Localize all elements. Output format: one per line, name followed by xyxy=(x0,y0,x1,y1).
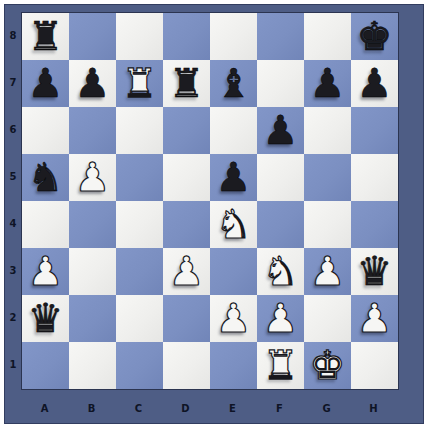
square-b7[interactable]: ♟︎ xyxy=(69,60,116,107)
square-e4[interactable]: ♞︎ xyxy=(210,201,257,248)
square-c4[interactable] xyxy=(116,201,163,248)
square-a3[interactable]: ♟︎ xyxy=(22,248,69,295)
board-frame: 87654321 ♜︎♚︎♟︎♟︎♜︎♜︎♝︎♟︎♟︎♟︎♞︎♟︎♟︎♞︎♟︎♟… xyxy=(4,4,424,424)
piece-white-pawn[interactable]: ♟︎ xyxy=(210,295,257,342)
piece-white-knight[interactable]: ♞︎ xyxy=(257,248,304,295)
rank-label-8: 8 xyxy=(5,12,21,59)
square-e3[interactable] xyxy=(210,248,257,295)
square-b6[interactable] xyxy=(69,107,116,154)
square-d2[interactable] xyxy=(163,295,210,342)
square-g1[interactable]: ♚︎ xyxy=(304,342,351,389)
square-g2[interactable] xyxy=(304,295,351,342)
piece-white-pawn[interactable]: ♟︎ xyxy=(22,248,69,295)
square-e8[interactable] xyxy=(210,13,257,60)
piece-black-pawn[interactable]: ♟︎ xyxy=(257,107,304,154)
piece-black-rook[interactable]: ♜︎ xyxy=(163,60,210,107)
piece-white-rook[interactable]: ♜︎ xyxy=(116,60,163,107)
square-a4[interactable] xyxy=(22,201,69,248)
square-d3[interactable]: ♟︎ xyxy=(163,248,210,295)
piece-black-pawn[interactable]: ♟︎ xyxy=(69,60,116,107)
square-e7[interactable]: ♝︎ xyxy=(210,60,257,107)
square-e6[interactable] xyxy=(210,107,257,154)
piece-white-knight[interactable]: ♞︎ xyxy=(210,201,257,248)
square-e1[interactable] xyxy=(210,342,257,389)
square-f8[interactable] xyxy=(257,13,304,60)
piece-white-pawn[interactable]: ♟︎ xyxy=(351,295,398,342)
square-f5[interactable] xyxy=(257,154,304,201)
piece-black-pawn[interactable]: ♟︎ xyxy=(210,154,257,201)
square-f3[interactable]: ♞︎ xyxy=(257,248,304,295)
rank-label-5: 5 xyxy=(5,153,21,200)
piece-white-pawn[interactable]: ♟︎ xyxy=(69,154,116,201)
rank-label-1: 1 xyxy=(5,341,21,388)
square-g3[interactable]: ♟︎ xyxy=(304,248,351,295)
piece-white-rook[interactable]: ♜︎ xyxy=(257,342,304,389)
file-label-h: H xyxy=(350,390,397,424)
square-c7[interactable]: ♜︎ xyxy=(116,60,163,107)
square-f1[interactable]: ♜︎ xyxy=(257,342,304,389)
square-g5[interactable] xyxy=(304,154,351,201)
chess-board[interactable]: ♜︎♚︎♟︎♟︎♜︎♜︎♝︎♟︎♟︎♟︎♞︎♟︎♟︎♞︎♟︎♟︎♞︎♟︎♛︎♛︎… xyxy=(21,12,399,390)
rank-label-3: 3 xyxy=(5,247,21,294)
piece-black-pawn[interactable]: ♟︎ xyxy=(351,60,398,107)
piece-black-pawn[interactable]: ♟︎ xyxy=(22,60,69,107)
square-h4[interactable] xyxy=(351,201,398,248)
piece-white-pawn[interactable]: ♟︎ xyxy=(304,248,351,295)
file-label-b: B xyxy=(68,390,115,424)
piece-black-bishop[interactable]: ♝︎ xyxy=(210,60,257,107)
rank-label-7: 7 xyxy=(5,59,21,106)
square-c8[interactable] xyxy=(116,13,163,60)
piece-black-queen[interactable]: ♛︎ xyxy=(22,295,69,342)
square-a2[interactable]: ♛︎ xyxy=(22,295,69,342)
piece-white-king[interactable]: ♚︎ xyxy=(304,342,351,389)
square-c6[interactable] xyxy=(116,107,163,154)
square-h8[interactable]: ♚︎ xyxy=(351,13,398,60)
square-c1[interactable] xyxy=(116,342,163,389)
square-a5[interactable]: ♞︎ xyxy=(22,154,69,201)
square-a6[interactable] xyxy=(22,107,69,154)
rank-labels: 87654321 xyxy=(5,12,21,390)
piece-black-knight[interactable]: ♞︎ xyxy=(22,154,69,201)
square-b4[interactable] xyxy=(69,201,116,248)
piece-black-pawn[interactable]: ♟︎ xyxy=(304,60,351,107)
square-e2[interactable]: ♟︎ xyxy=(210,295,257,342)
file-label-c: C xyxy=(115,390,162,424)
square-h1[interactable] xyxy=(351,342,398,389)
square-b5[interactable]: ♟︎ xyxy=(69,154,116,201)
square-d8[interactable] xyxy=(163,13,210,60)
square-b8[interactable] xyxy=(69,13,116,60)
file-labels: ABCDEFGH xyxy=(21,390,399,424)
square-g7[interactable]: ♟︎ xyxy=(304,60,351,107)
square-h5[interactable] xyxy=(351,154,398,201)
square-c2[interactable] xyxy=(116,295,163,342)
square-d7[interactable]: ♜︎ xyxy=(163,60,210,107)
square-g4[interactable] xyxy=(304,201,351,248)
square-h7[interactable]: ♟︎ xyxy=(351,60,398,107)
square-b2[interactable] xyxy=(69,295,116,342)
square-d6[interactable] xyxy=(163,107,210,154)
square-e5[interactable]: ♟︎ xyxy=(210,154,257,201)
square-g6[interactable] xyxy=(304,107,351,154)
square-d1[interactable] xyxy=(163,342,210,389)
piece-black-queen[interactable]: ♛︎ xyxy=(351,248,398,295)
square-a8[interactable]: ♜︎ xyxy=(22,13,69,60)
square-f7[interactable] xyxy=(257,60,304,107)
file-label-e: E xyxy=(209,390,256,424)
square-d5[interactable] xyxy=(163,154,210,201)
square-a7[interactable]: ♟︎ xyxy=(22,60,69,107)
square-h2[interactable]: ♟︎ xyxy=(351,295,398,342)
square-a1[interactable] xyxy=(22,342,69,389)
square-b1[interactable] xyxy=(69,342,116,389)
file-label-d: D xyxy=(162,390,209,424)
piece-white-pawn[interactable]: ♟︎ xyxy=(257,295,304,342)
file-label-f: F xyxy=(256,390,303,424)
square-g8[interactable] xyxy=(304,13,351,60)
square-c5[interactable] xyxy=(116,154,163,201)
square-f4[interactable] xyxy=(257,201,304,248)
square-f2[interactable]: ♟︎ xyxy=(257,295,304,342)
rank-label-4: 4 xyxy=(5,200,21,247)
rank-label-6: 6 xyxy=(5,106,21,153)
square-b3[interactable] xyxy=(69,248,116,295)
square-c3[interactable] xyxy=(116,248,163,295)
piece-white-pawn[interactable]: ♟︎ xyxy=(163,248,210,295)
file-label-g: G xyxy=(303,390,350,424)
piece-black-king[interactable]: ♚︎ xyxy=(351,13,398,60)
square-d4[interactable] xyxy=(163,201,210,248)
square-h6[interactable] xyxy=(351,107,398,154)
square-f6[interactable]: ♟︎ xyxy=(257,107,304,154)
piece-black-rook[interactable]: ♜︎ xyxy=(22,13,69,60)
rank-label-2: 2 xyxy=(5,294,21,341)
file-label-a: A xyxy=(21,390,68,424)
square-h3[interactable]: ♛︎ xyxy=(351,248,398,295)
